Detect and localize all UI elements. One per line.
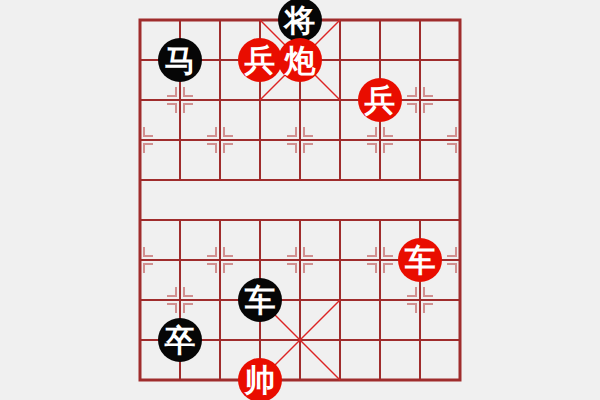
piece-black-soldier[interactable]: 卒	[160, 320, 200, 360]
piece-red-general[interactable]: 帅	[240, 360, 280, 400]
piece-black-horse[interactable]: 马	[160, 40, 200, 80]
piece-layer: 将马兵炮兵车车卒帅	[120, 0, 480, 400]
black-general-glyph: 将	[278, 0, 322, 42]
piece-black-general[interactable]: 将	[280, 0, 320, 40]
black-chariot-glyph: 车	[238, 278, 282, 322]
xiangqi-diagram: 将马兵炮兵车车卒帅	[0, 0, 600, 400]
red-soldier-1-glyph: 兵	[238, 38, 282, 82]
red-general-glyph: 帅	[238, 358, 282, 400]
black-soldier-glyph: 卒	[158, 318, 202, 362]
black-horse-glyph: 马	[158, 38, 202, 82]
red-cannon-glyph: 炮	[278, 38, 322, 82]
piece-red-chariot[interactable]: 车	[400, 240, 440, 280]
piece-red-soldier-1[interactable]: 兵	[240, 40, 280, 80]
piece-black-chariot[interactable]: 车	[240, 280, 280, 320]
piece-red-soldier-2[interactable]: 兵	[360, 80, 400, 120]
red-chariot-glyph: 车	[398, 238, 442, 282]
red-soldier-2-glyph: 兵	[358, 78, 402, 122]
piece-red-cannon[interactable]: 炮	[280, 40, 320, 80]
